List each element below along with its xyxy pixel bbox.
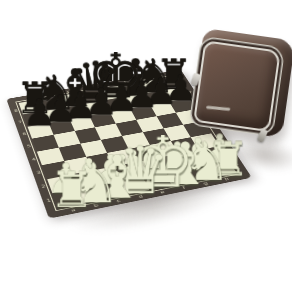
square-g1: ♞	[185, 163, 215, 181]
black-rook-h8: ♜	[155, 58, 193, 92]
carrying-case-front-panel	[193, 40, 281, 132]
chess-set-product-photo: ♜♞♝♛♚♝♞♜♟♟♟♟♟♟♟♟♟♟♟♟♟♟♟♟♜♞♝♛♚♝♞♜ abcdefg…	[0, 0, 292, 292]
coordinate-label: 7	[14, 116, 26, 129]
bag-brand-mark	[206, 106, 230, 111]
carrying-case	[191, 28, 292, 138]
black-king-e8: ♚	[87, 52, 143, 102]
